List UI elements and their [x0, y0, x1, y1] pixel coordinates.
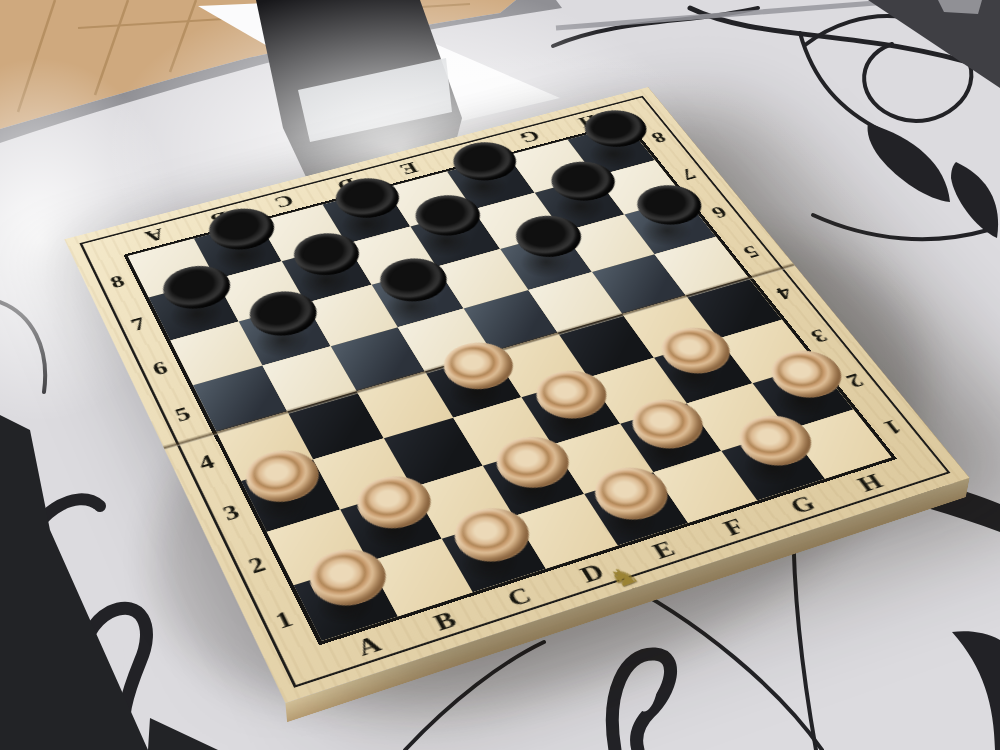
dark-wedge-highlight: [938, 0, 982, 14]
photo-scene: { "game": { "type": "checkers-draughts",…: [0, 0, 1000, 750]
square-a6[interactable]: [170, 322, 262, 386]
